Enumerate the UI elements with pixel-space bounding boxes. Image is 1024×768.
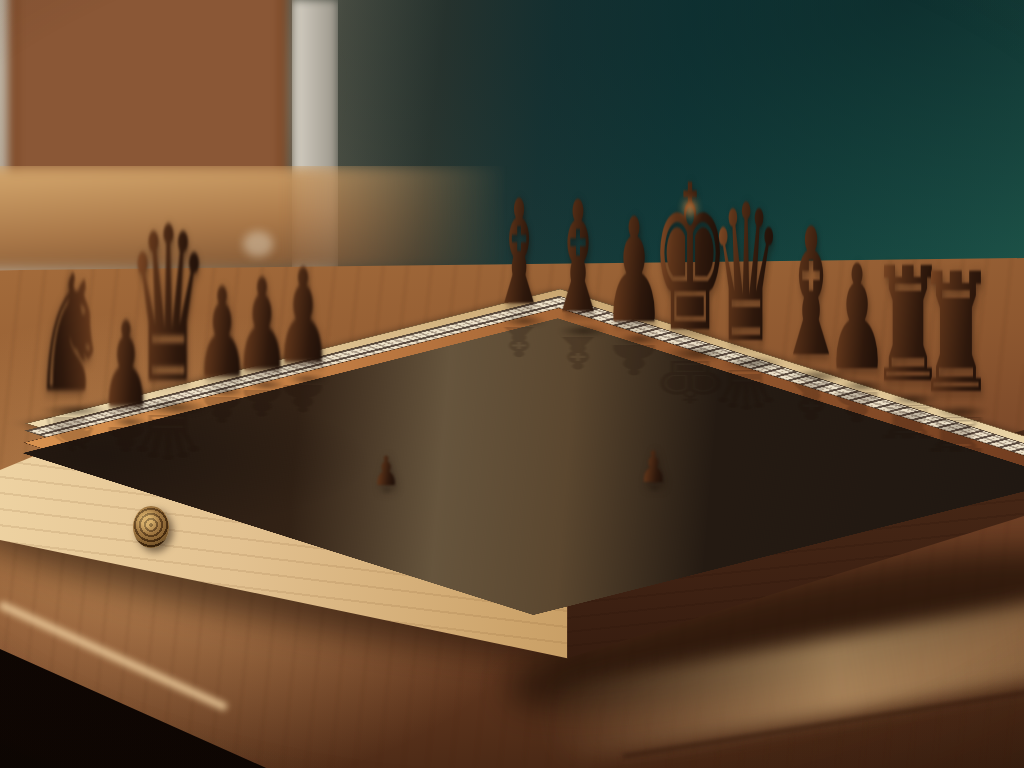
chess-photo-scene: ♝♝♝♝♟♟♚♚♛♛♝♝♟♟♟♟♟♟♟♟♜♜♛♛♞♞♜♜♟♟♟♟ xyxy=(0,0,1024,768)
drawer-knob xyxy=(133,506,169,548)
